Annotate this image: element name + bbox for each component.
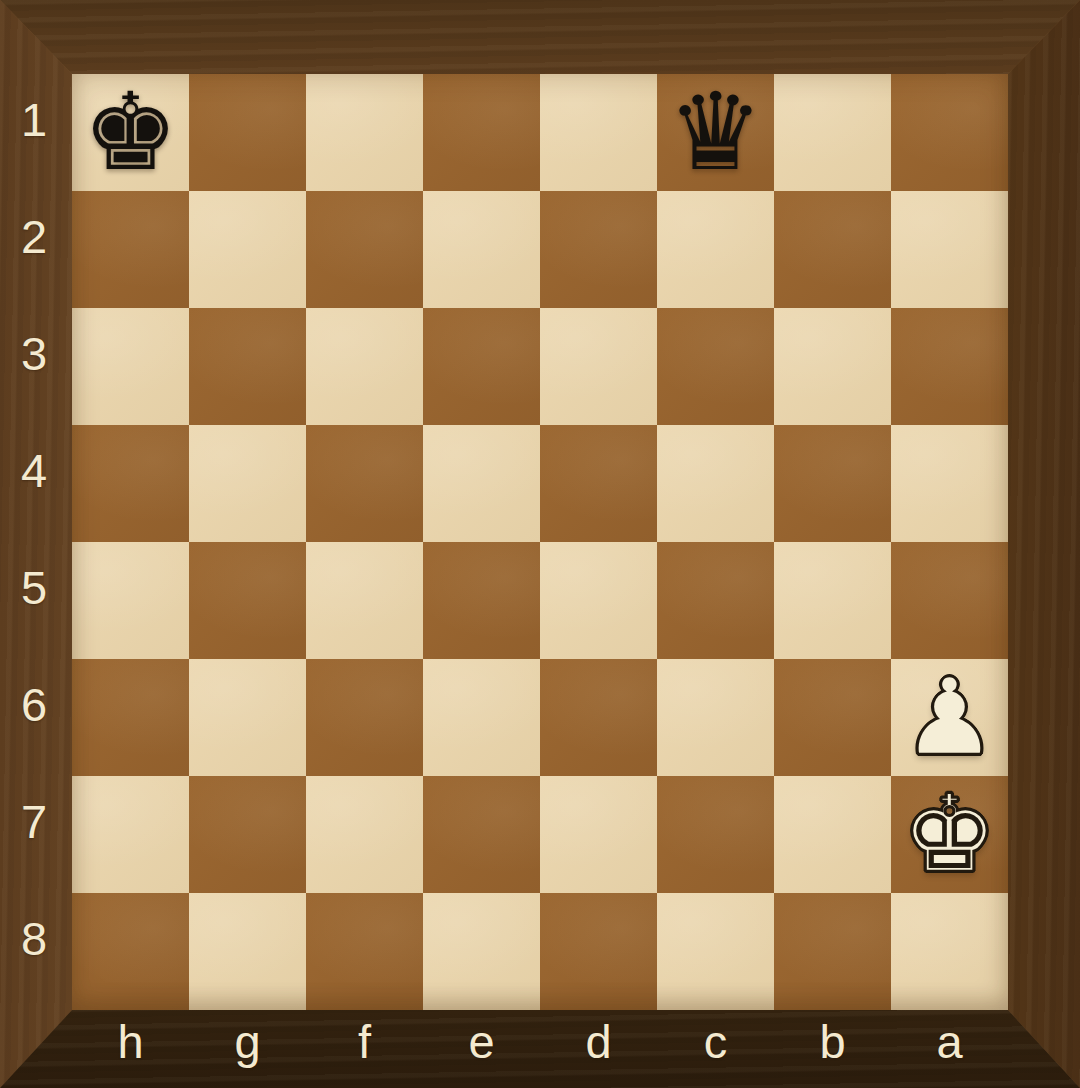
square-e3[interactable] — [423, 308, 540, 425]
rank-label-1: 1 — [0, 61, 68, 178]
chessboard: ♚♛♟♚ 12345678 hgfedcba — [0, 0, 1080, 1088]
square-b4[interactable] — [774, 425, 891, 542]
square-c1[interactable]: ♛ — [657, 74, 774, 191]
square-e2[interactable] — [423, 191, 540, 308]
square-h8[interactable] — [72, 893, 189, 1010]
square-d2[interactable] — [540, 191, 657, 308]
square-h3[interactable] — [72, 308, 189, 425]
square-h1[interactable]: ♚ — [72, 74, 189, 191]
square-a1[interactable] — [891, 74, 1008, 191]
square-d4[interactable] — [540, 425, 657, 542]
rank-label-7: 7 — [0, 763, 68, 880]
square-d8[interactable] — [540, 893, 657, 1010]
square-b6[interactable] — [774, 659, 891, 776]
square-f3[interactable] — [306, 308, 423, 425]
rank-label-5: 5 — [0, 529, 68, 646]
square-d5[interactable] — [540, 542, 657, 659]
square-h6[interactable] — [72, 659, 189, 776]
square-f8[interactable] — [306, 893, 423, 1010]
square-h5[interactable] — [72, 542, 189, 659]
file-label-g: g — [189, 1012, 306, 1070]
square-f4[interactable] — [306, 425, 423, 542]
square-e1[interactable] — [423, 74, 540, 191]
board: ♚♛♟♚ — [72, 74, 1008, 1010]
square-b2[interactable] — [774, 191, 891, 308]
piece-black-king-h1[interactable]: ♚ — [72, 74, 189, 191]
square-e4[interactable] — [423, 425, 540, 542]
square-h2[interactable] — [72, 191, 189, 308]
square-a7[interactable]: ♚ — [891, 776, 1008, 893]
square-d1[interactable] — [540, 74, 657, 191]
file-label-f: f — [306, 1012, 423, 1070]
file-label-e: e — [423, 1012, 540, 1070]
rank-label-3: 3 — [0, 295, 68, 412]
square-b7[interactable] — [774, 776, 891, 893]
square-g8[interactable] — [189, 893, 306, 1010]
square-a6[interactable]: ♟ — [891, 659, 1008, 776]
square-a3[interactable] — [891, 308, 1008, 425]
square-c4[interactable] — [657, 425, 774, 542]
square-b5[interactable] — [774, 542, 891, 659]
square-g4[interactable] — [189, 425, 306, 542]
square-e8[interactable] — [423, 893, 540, 1010]
square-f5[interactable] — [306, 542, 423, 659]
square-f2[interactable] — [306, 191, 423, 308]
square-a5[interactable] — [891, 542, 1008, 659]
square-c8[interactable] — [657, 893, 774, 1010]
square-c7[interactable] — [657, 776, 774, 893]
square-g7[interactable] — [189, 776, 306, 893]
piece-black-queen-c1[interactable]: ♛ — [657, 74, 774, 191]
square-e6[interactable] — [423, 659, 540, 776]
file-label-a: a — [891, 1012, 1008, 1070]
square-c3[interactable] — [657, 308, 774, 425]
square-c6[interactable] — [657, 659, 774, 776]
square-a2[interactable] — [891, 191, 1008, 308]
piece-white-pawn-a6[interactable]: ♟ — [891, 659, 1008, 776]
file-label-c: c — [657, 1012, 774, 1070]
square-e7[interactable] — [423, 776, 540, 893]
rank-label-6: 6 — [0, 646, 68, 763]
file-label-d: d — [540, 1012, 657, 1070]
file-label-h: h — [72, 1012, 189, 1070]
square-a4[interactable] — [891, 425, 1008, 542]
square-b1[interactable] — [774, 74, 891, 191]
square-c5[interactable] — [657, 542, 774, 659]
square-f6[interactable] — [306, 659, 423, 776]
square-f7[interactable] — [306, 776, 423, 893]
square-f1[interactable] — [306, 74, 423, 191]
file-label-b: b — [774, 1012, 891, 1070]
square-d7[interactable] — [540, 776, 657, 893]
square-d3[interactable] — [540, 308, 657, 425]
square-d6[interactable] — [540, 659, 657, 776]
square-g2[interactable] — [189, 191, 306, 308]
square-e5[interactable] — [423, 542, 540, 659]
square-h7[interactable] — [72, 776, 189, 893]
square-h4[interactable] — [72, 425, 189, 542]
rank-label-2: 2 — [0, 178, 68, 295]
square-b8[interactable] — [774, 893, 891, 1010]
square-a8[interactable] — [891, 893, 1008, 1010]
square-g5[interactable] — [189, 542, 306, 659]
square-g1[interactable] — [189, 74, 306, 191]
square-g3[interactable] — [189, 308, 306, 425]
square-c2[interactable] — [657, 191, 774, 308]
rank-label-8: 8 — [0, 880, 68, 997]
square-b3[interactable] — [774, 308, 891, 425]
piece-white-king-a7[interactable]: ♚ — [891, 776, 1008, 893]
square-g6[interactable] — [189, 659, 306, 776]
rank-label-4: 4 — [0, 412, 68, 529]
